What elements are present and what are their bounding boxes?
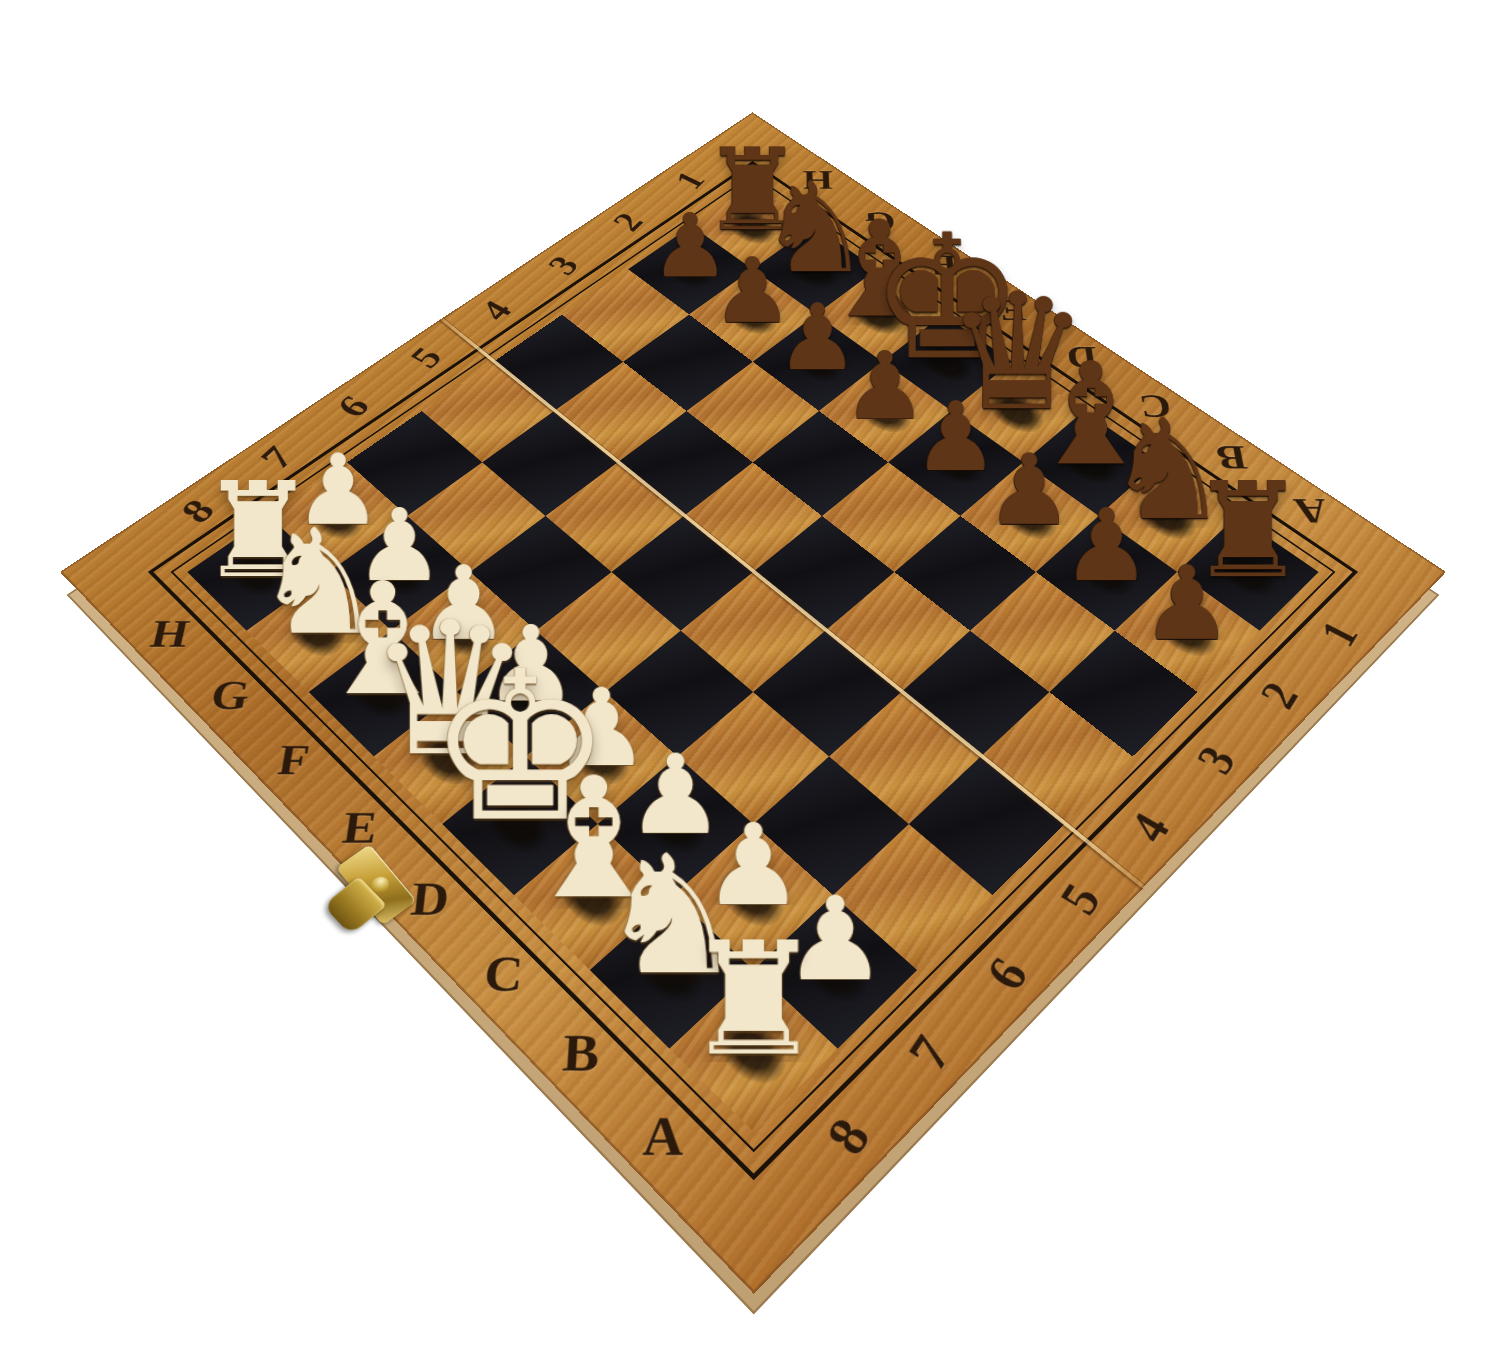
label-file-bottom-F-text: F: [274, 735, 313, 785]
squares-grid: ♜♞♝♚♛♝♞♜♟♟♟♟♟♟♟♟♟♟♟♟♟♟♟♟♜♞♝♛♚♝♞♜: [187, 184, 1318, 1132]
label-rank-left-3-text: 3: [539, 250, 588, 281]
label-file-bottom-C-text: C: [482, 945, 525, 1003]
label-rank-left-2-text: 2: [604, 207, 652, 237]
label-rank-right-4-text: 4: [1118, 803, 1182, 851]
label-rank-right-1-text: 1: [1309, 613, 1369, 655]
label-rank-left-6-text: 6: [327, 389, 379, 424]
label-file-bottom-H-text: H: [147, 611, 194, 656]
label-rank-right-3-text: 3: [1185, 737, 1248, 783]
label-rank-right-6-text: 6: [973, 947, 1040, 1001]
label-file-bottom-A-text: A: [642, 1104, 684, 1168]
label-file-bottom-B-text: B: [561, 1023, 601, 1084]
label-rank-left-4-text: 4: [471, 294, 521, 326]
square-a8[interactable]: ♜: [670, 970, 838, 1132]
board-face: ♜♞♝♚♛♝♞♜♟♟♟♟♟♟♟♟♟♟♟♟♟♟♟♟♜♞♝♛♚♝♞♜ HH11GG2…: [60, 112, 1446, 1293]
label-rank-right-2-text: 2: [1248, 673, 1309, 717]
label-rank-right-7-text: 7: [896, 1025, 964, 1082]
pawn-glyph: ♟: [1062, 496, 1152, 596]
product-photo: ♜♞♝♚♛♝♞♜♟♟♟♟♟♟♟♟♟♟♟♟♟♟♟♟♜♞♝♛♚♝♞♜ HH11GG2…: [0, 0, 1500, 1351]
label-rank-left-5-text: 5: [401, 341, 452, 374]
chess-board: ♜♞♝♚♛♝♞♜♟♟♟♟♟♟♟♟♟♟♟♟♟♟♟♟♜♞♝♛♚♝♞♜ HH11GG2…: [60, 112, 1446, 1293]
pawn-glyph: ♟: [1141, 553, 1233, 655]
pawn-glyph: ♟: [986, 442, 1074, 540]
label-rank-right-8-text: 8: [813, 1107, 883, 1167]
label-rank-right-5-text: 5: [1047, 873, 1112, 924]
scene: ♜♞♝♚♛♝♞♜♟♟♟♟♟♟♟♟♟♟♟♟♟♟♟♟♜♞♝♛♚♝♞♜ HH11GG2…: [0, 0, 1500, 1351]
label-file-bottom-G-text: G: [207, 672, 254, 719]
rook-glyph: ♜: [683, 920, 824, 1077]
